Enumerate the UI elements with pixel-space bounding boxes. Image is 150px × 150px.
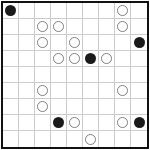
cell-r2-c4[interactable] [51, 19, 67, 35]
cell-r7-c6[interactable] [83, 99, 99, 115]
cell-r6-c7[interactable] [99, 83, 115, 99]
cell-r5-c6[interactable] [83, 67, 99, 83]
cell-r3-c9[interactable] [131, 35, 147, 51]
cell-r4-c6[interactable] [83, 51, 99, 67]
cell-r4-c2[interactable] [19, 51, 35, 67]
cell-r1-c1[interactable] [3, 3, 19, 19]
cell-r4-c3[interactable] [35, 51, 51, 67]
cell-r8-c8[interactable] [115, 115, 131, 131]
cell-r9-c2[interactable] [19, 131, 35, 147]
cell-r7-c8[interactable] [115, 99, 131, 115]
cell-r3-c4[interactable] [51, 35, 67, 51]
white-pearl-icon [101, 53, 112, 64]
cell-r1-c9[interactable] [131, 3, 147, 19]
cell-r4-c4[interactable] [51, 51, 67, 67]
cell-r8-c4[interactable] [51, 115, 67, 131]
cell-r2-c8[interactable] [115, 19, 131, 35]
white-pearl-icon [37, 21, 48, 32]
white-pearl-icon [37, 101, 48, 112]
white-pearl-icon [53, 21, 64, 32]
black-pearl-icon [85, 53, 96, 64]
cell-r5-c7[interactable] [99, 67, 115, 83]
cell-r5-c2[interactable] [19, 67, 35, 83]
cell-r6-c5[interactable] [67, 83, 83, 99]
cell-r8-c6[interactable] [83, 115, 99, 131]
cell-r9-c7[interactable] [99, 131, 115, 147]
cell-r7-c3[interactable] [35, 99, 51, 115]
cell-r7-c4[interactable] [51, 99, 67, 115]
cell-r2-c7[interactable] [99, 19, 115, 35]
cell-r9-c3[interactable] [35, 131, 51, 147]
black-pearl-icon [5, 5, 16, 16]
white-pearl-icon [85, 134, 96, 145]
cell-r6-c3[interactable] [35, 83, 51, 99]
cell-r3-c8[interactable] [115, 35, 131, 51]
cell-r3-c7[interactable] [99, 35, 115, 51]
cell-r8-c9[interactable] [131, 115, 147, 131]
cell-r4-c1[interactable] [3, 51, 19, 67]
cell-r7-c2[interactable] [19, 99, 35, 115]
cell-r2-c6[interactable] [83, 19, 99, 35]
cell-r5-c3[interactable] [35, 67, 51, 83]
cell-r2-c9[interactable] [131, 19, 147, 35]
cell-r3-c1[interactable] [3, 35, 19, 51]
cell-r4-c7[interactable] [99, 51, 115, 67]
cell-r9-c6[interactable] [83, 131, 99, 147]
cell-r9-c5[interactable] [67, 131, 83, 147]
cell-r1-c3[interactable] [35, 3, 51, 19]
white-pearl-icon [37, 37, 48, 48]
cell-r8-c2[interactable] [19, 115, 35, 131]
cell-r9-c1[interactable] [3, 131, 19, 147]
white-pearl-icon [117, 117, 128, 128]
white-pearl-icon [69, 117, 80, 128]
masyu-board [1, 1, 149, 149]
cell-r1-c8[interactable] [115, 3, 131, 19]
cell-r2-c5[interactable] [67, 19, 83, 35]
cell-r3-c6[interactable] [83, 35, 99, 51]
cell-r8-c1[interactable] [3, 115, 19, 131]
cell-r6-c9[interactable] [131, 83, 147, 99]
cell-r5-c1[interactable] [3, 67, 19, 83]
cell-r5-c5[interactable] [67, 67, 83, 83]
cell-r9-c9[interactable] [131, 131, 147, 147]
cell-r5-c4[interactable] [51, 67, 67, 83]
cell-r1-c5[interactable] [67, 3, 83, 19]
cell-r8-c3[interactable] [35, 115, 51, 131]
cell-r3-c3[interactable] [35, 35, 51, 51]
cell-r4-c5[interactable] [67, 51, 83, 67]
cell-r2-c3[interactable] [35, 19, 51, 35]
cell-r3-c2[interactable] [19, 35, 35, 51]
white-pearl-icon [53, 53, 64, 64]
cell-r4-c9[interactable] [131, 51, 147, 67]
cell-r6-c1[interactable] [3, 83, 19, 99]
cell-r3-c5[interactable] [67, 35, 83, 51]
black-pearl-icon [134, 37, 145, 48]
cell-r1-c6[interactable] [83, 3, 99, 19]
white-pearl-icon [69, 37, 80, 48]
cell-r9-c8[interactable] [115, 131, 131, 147]
cell-r1-c2[interactable] [19, 3, 35, 19]
cell-r7-c5[interactable] [67, 99, 83, 115]
black-pearl-icon [134, 117, 145, 128]
cell-r7-c1[interactable] [3, 99, 19, 115]
cell-r6-c8[interactable] [115, 83, 131, 99]
cell-r8-c5[interactable] [67, 115, 83, 131]
cell-r6-c6[interactable] [83, 83, 99, 99]
white-pearl-icon [117, 21, 128, 32]
cell-r6-c2[interactable] [19, 83, 35, 99]
cell-r2-c2[interactable] [19, 19, 35, 35]
cell-r5-c8[interactable] [115, 67, 131, 83]
cell-r7-c9[interactable] [131, 99, 147, 115]
cell-r8-c7[interactable] [99, 115, 115, 131]
cell-r2-c1[interactable] [3, 19, 19, 35]
cell-r9-c4[interactable] [51, 131, 67, 147]
white-pearl-icon [117, 5, 128, 16]
cell-r5-c9[interactable] [131, 67, 147, 83]
white-pearl-icon [69, 53, 80, 64]
cell-r4-c8[interactable] [115, 51, 131, 67]
cell-r6-c4[interactable] [51, 83, 67, 99]
black-pearl-icon [53, 117, 64, 128]
white-pearl-icon [117, 85, 128, 96]
cell-r1-c7[interactable] [99, 3, 115, 19]
cell-r1-c4[interactable] [51, 3, 67, 19]
white-pearl-icon [37, 85, 48, 96]
cell-r7-c7[interactable] [99, 99, 115, 115]
